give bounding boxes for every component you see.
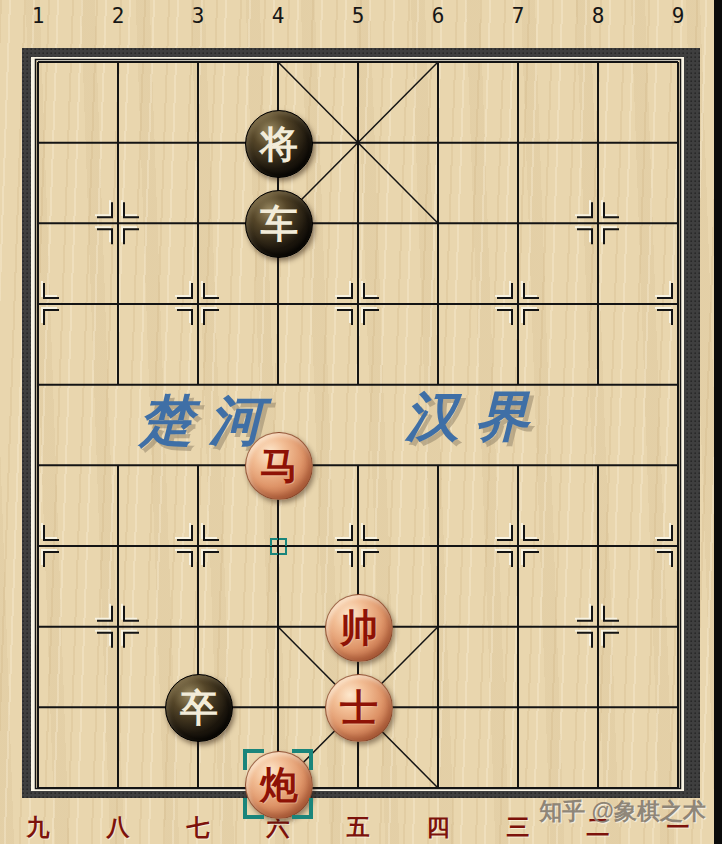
piece-red-general[interactable]: 帅: [325, 594, 393, 662]
file-label-top-5: 5: [352, 6, 365, 27]
file-label-top-3: 3: [192, 6, 205, 27]
selection-bracket-corner: [292, 798, 313, 819]
file-label-bottom-7: 三: [507, 816, 530, 839]
piece-black-soldier[interactable]: 卒: [165, 674, 233, 742]
selection-bracket-corner: [243, 749, 264, 770]
file-label-bottom-3: 七: [187, 816, 210, 839]
selection-bracket: [243, 749, 313, 819]
file-label-bottom-1: 九: [27, 816, 50, 839]
watermark: 知乎 @象棋之术: [539, 799, 706, 824]
window-edge-strip: [714, 0, 722, 844]
piece-black-general[interactable]: 将: [245, 110, 313, 178]
last-move-marker: [270, 538, 287, 555]
last-move-marker-corner: [270, 538, 278, 546]
river-text-right: 汉界: [405, 390, 545, 444]
file-label-top-2: 2: [112, 6, 125, 27]
file-label-bottom-2: 八: [107, 816, 130, 839]
piece-red-horse[interactable]: 马: [245, 432, 313, 500]
file-label-top-1: 1: [32, 6, 45, 27]
file-label-top-9: 9: [672, 6, 685, 27]
last-move-marker-corner: [279, 547, 287, 555]
file-label-top-7: 7: [512, 6, 525, 27]
file-label-top-4: 4: [272, 6, 285, 27]
selection-bracket-corner: [243, 798, 264, 819]
last-move-marker-corner: [279, 538, 287, 546]
file-label-bottom-6: 四: [427, 816, 450, 839]
file-label-bottom-5: 五: [347, 816, 370, 839]
selection-bracket-corner: [292, 749, 313, 770]
piece-black-chariot[interactable]: 车: [245, 190, 313, 258]
piece-red-advisor[interactable]: 士: [325, 674, 393, 742]
file-label-top-8: 8: [592, 6, 605, 27]
file-label-top-6: 6: [432, 6, 445, 27]
last-move-marker-corner: [270, 547, 278, 555]
